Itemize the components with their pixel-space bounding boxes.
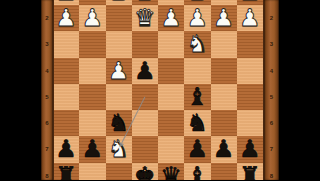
piece-white-pawn-d2: ♟: [158, 5, 184, 31]
piece-white-knight-f7: ♞: [106, 136, 132, 162]
square-a4: [237, 58, 263, 84]
piece-white-queen-e2: ♛: [132, 5, 158, 31]
square-f2: [106, 5, 132, 31]
rank-label-right-3: 3: [264, 40, 279, 48]
piece-white-pawn-h2: ♟: [53, 5, 79, 31]
rank-label-left-5: 5: [41, 93, 53, 101]
piece-white-knight-c3: ♞: [184, 31, 210, 57]
square-d3: [158, 31, 184, 57]
piece-black-pawn-a7: ♟: [237, 136, 263, 162]
rank-label-left-2: 2: [41, 14, 53, 22]
board: ♜♝♚♝♜♟♟♟♟♛♟♟♞♟♞♟♝♞♞♟♟♟♟♟♜♝♛♚♜: [53, 0, 263, 180]
square-h3: [53, 31, 79, 57]
square-a3: [237, 31, 263, 57]
piece-black-knight-f6: ♞: [106, 110, 132, 136]
square-e3: [132, 31, 158, 57]
video-frame: ♜♝♚♝♜♟♟♟♟♛♟♟♞♟♞♟♝♞♞♟♟♟♟♟♜♝♛♚♜ 12345678 1…: [0, 0, 320, 180]
square-e6: [132, 110, 158, 136]
square-f3: [106, 31, 132, 57]
square-b8: [211, 163, 237, 181]
square-g6: [79, 110, 105, 136]
square-a5: [237, 84, 263, 110]
piece-black-pawn-e4: ♟: [132, 58, 158, 84]
piece-black-pawn-c7: ♟: [184, 136, 210, 162]
square-b6: [211, 110, 237, 136]
piece-black-pawn-h7: ♟: [53, 136, 79, 162]
square-h6: [53, 110, 79, 136]
square-e5: [132, 84, 158, 110]
square-d4: [158, 58, 184, 84]
square-g3: [79, 31, 105, 57]
rank-label-right-7: 7: [264, 145, 279, 153]
square-e7: [132, 136, 158, 162]
square-g4: [79, 58, 105, 84]
rank-label-right-5: 5: [264, 93, 279, 101]
square-b3: [211, 31, 237, 57]
rank-label-right-6: 6: [264, 119, 279, 127]
rank-label-left-8: 8: [41, 172, 53, 180]
square-a6: [237, 110, 263, 136]
rank-label-left-7: 7: [41, 145, 53, 153]
piece-black-pawn-b7: ♟: [211, 136, 237, 162]
piece-black-rook-h8: ♜: [53, 163, 79, 181]
piece-black-king-e8: ♚: [132, 163, 158, 181]
rank-label-left-4: 4: [41, 67, 53, 75]
rank-label-left-6: 6: [41, 119, 53, 127]
square-g8: [79, 163, 105, 181]
square-d7: [158, 136, 184, 162]
square-h4: [53, 58, 79, 84]
piece-black-bishop-c5: ♝: [184, 84, 210, 110]
square-h5: [53, 84, 79, 110]
square-f8: [106, 163, 132, 181]
piece-black-pawn-g7: ♟: [79, 136, 105, 162]
square-b5: [211, 84, 237, 110]
piece-white-pawn-b2: ♟: [211, 5, 237, 31]
rank-label-right-4: 4: [264, 67, 279, 75]
piece-white-bishop-f1: ♝: [106, 0, 132, 5]
piece-white-pawn-g2: ♟: [79, 5, 105, 31]
square-b4: [211, 58, 237, 84]
square-d6: [158, 110, 184, 136]
piece-white-pawn-c2: ♟: [184, 5, 210, 31]
square-d5: [158, 84, 184, 110]
board-frame-right: 12345678: [263, 0, 279, 180]
square-f5: [106, 84, 132, 110]
rank-label-right-8: 8: [264, 172, 279, 180]
piece-white-pawn-a2: ♟: [237, 5, 263, 31]
square-g5: [79, 84, 105, 110]
piece-black-bishop-c8: ♝: [184, 163, 210, 181]
piece-black-rook-a8: ♜: [237, 163, 263, 181]
piece-black-knight-c6: ♞: [184, 110, 210, 136]
rank-label-right-2: 2: [264, 14, 279, 22]
piece-black-queen-d8: ♛: [158, 163, 184, 181]
rank-label-left-3: 3: [41, 40, 53, 48]
piece-white-pawn-f4: ♟: [106, 58, 132, 84]
square-c4: [184, 58, 210, 84]
board-frame-left: 12345678: [41, 0, 54, 180]
